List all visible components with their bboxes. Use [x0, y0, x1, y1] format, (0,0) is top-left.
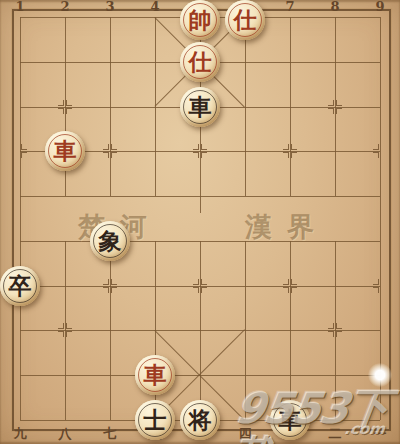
- river-text-right: 漢界: [245, 209, 329, 245]
- grid-vline: [110, 17, 111, 196]
- piece-red-advisor[interactable]: 仕: [225, 0, 265, 40]
- point-marker: [58, 100, 72, 114]
- top-file-label: 9: [370, 0, 390, 14]
- highlight-dot: [368, 363, 392, 387]
- grid-vline: [290, 17, 291, 196]
- point-marker: [283, 279, 297, 293]
- piece-red-chariot[interactable]: 車: [45, 131, 85, 171]
- grid-vline: [20, 17, 21, 420]
- piece-character: 帥: [180, 0, 220, 40]
- piece-character: 車: [45, 131, 85, 171]
- bottom-file-label: 七: [100, 427, 120, 441]
- piece-red-general[interactable]: 帥: [180, 0, 220, 40]
- piece-character: 象: [90, 221, 130, 261]
- piece-character: 仕: [225, 0, 265, 40]
- grid-vline: [290, 241, 291, 420]
- grid-vline: [245, 17, 246, 196]
- point-marker: [103, 144, 117, 158]
- piece-black-elephant[interactable]: 象: [90, 221, 130, 261]
- top-file-label: 2: [55, 0, 75, 14]
- top-file-label: 3: [100, 0, 120, 14]
- bottom-file-label: 一: [370, 427, 390, 441]
- point-marker: [328, 100, 342, 114]
- top-file-label: 1: [10, 0, 30, 14]
- piece-character: 卒: [0, 266, 40, 306]
- piece-black-general[interactable]: 将: [180, 400, 220, 440]
- piece-character: 車: [270, 400, 310, 440]
- piece-character: 車: [180, 87, 220, 127]
- grid-vline: [380, 17, 381, 420]
- point-marker: [283, 144, 297, 158]
- piece-black-chariot[interactable]: 車: [270, 400, 310, 440]
- grid-vline-stub: [200, 196, 201, 213]
- piece-character: 将: [180, 400, 220, 440]
- bottom-file-label: 四: [235, 427, 255, 441]
- bottom-file-label: 二: [325, 427, 345, 441]
- grid-vline: [245, 241, 246, 420]
- xiangqi-board: 楚河 漢界 9553下载 .com 123456789九八七六五四三二一帥仕仕車…: [0, 0, 400, 444]
- piece-character: 仕: [180, 42, 220, 82]
- piece-red-advisor[interactable]: 仕: [180, 42, 220, 82]
- point-marker: [193, 144, 207, 158]
- grid-vline: [110, 241, 111, 420]
- piece-black-soldier[interactable]: 卒: [0, 266, 40, 306]
- top-file-label: 7: [280, 0, 300, 14]
- bottom-file-label: 八: [55, 427, 75, 441]
- grid-vline: [200, 241, 201, 420]
- bottom-file-label: 九: [10, 427, 30, 441]
- top-file-label: 4: [145, 0, 165, 14]
- point-marker: [103, 279, 117, 293]
- top-file-label: 8: [325, 0, 345, 14]
- point-marker: [193, 279, 207, 293]
- piece-character: 士: [135, 400, 175, 440]
- piece-black-advisor[interactable]: 士: [135, 400, 175, 440]
- piece-character: 車: [135, 355, 175, 395]
- piece-red-chariot[interactable]: 車: [135, 355, 175, 395]
- piece-black-chariot[interactable]: 車: [180, 87, 220, 127]
- point-marker: [58, 323, 72, 337]
- point-marker: [328, 323, 342, 337]
